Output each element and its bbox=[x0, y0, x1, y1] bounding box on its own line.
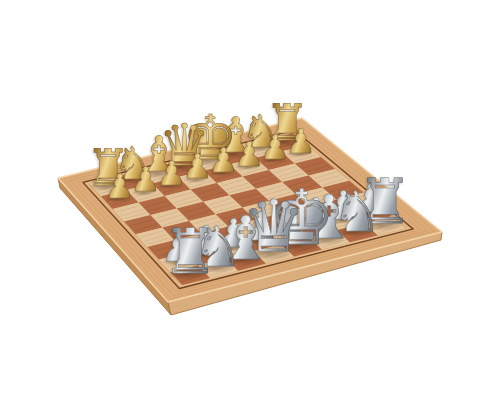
chess-board bbox=[0, 0, 500, 400]
chess-set-photo: ♜♞♟♝♟♚♟♛♟♝♟♞♟♜♟♟♟♟♜♟♞♟♝♟♚♟♛♟♝♟♞♜ bbox=[0, 0, 500, 400]
